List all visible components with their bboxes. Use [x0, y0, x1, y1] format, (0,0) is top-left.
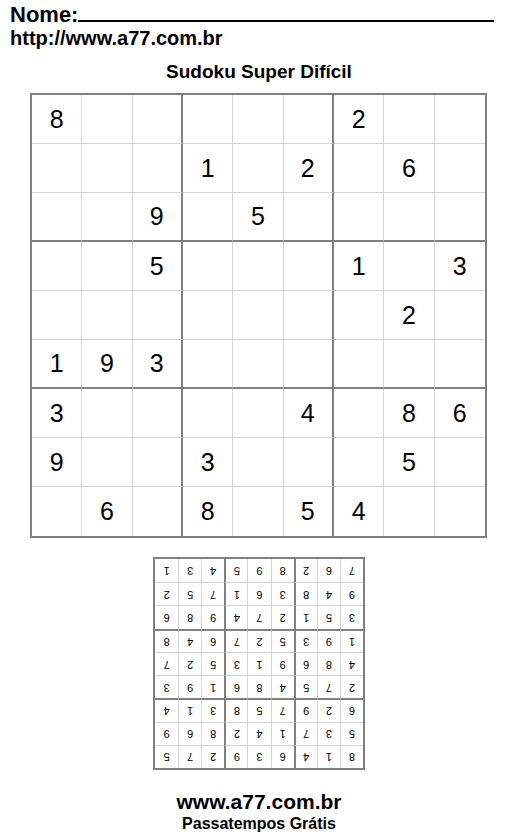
puzzle-cell-r8c2[interactable] — [82, 438, 132, 487]
solution-cell-r3c1: 6 — [340, 698, 363, 721]
puzzle-cell-r9c6[interactable]: 5 — [284, 487, 334, 536]
solution-cell-r7c5: 7 — [247, 605, 270, 628]
solution-cell-r1c9: 5 — [155, 745, 178, 768]
solution-cell-r5c7: 5 — [201, 652, 224, 675]
solution-cell-r2c1: 5 — [340, 722, 363, 745]
puzzle-cell-r9c1[interactable] — [32, 487, 82, 536]
puzzle-cell-r3c2[interactable] — [82, 193, 132, 242]
puzzle-cell-r2c2[interactable] — [82, 144, 132, 193]
solution-cell-r1c2: 1 — [317, 745, 340, 768]
solution-cell-r1c4: 6 — [271, 745, 294, 768]
puzzle-cell-r7c7[interactable] — [334, 389, 384, 438]
solution-cell-r1c8: 7 — [178, 745, 201, 768]
puzzle-cell-r6c3[interactable]: 3 — [133, 340, 183, 389]
name-label: Nome: — [10, 2, 78, 28]
puzzle-cell-r7c5[interactable] — [233, 389, 283, 438]
solution-cell-r5c6: 3 — [224, 652, 247, 675]
puzzle-cell-r2c3[interactable] — [133, 144, 183, 193]
solution-cell-r3c8: 1 — [178, 698, 201, 721]
puzzle-cell-r4c5[interactable] — [233, 242, 283, 291]
solution-cell-r7c9: 6 — [155, 605, 178, 628]
puzzle-cell-r2c4[interactable]: 1 — [183, 144, 233, 193]
puzzle-cell-r2c9[interactable] — [435, 144, 485, 193]
puzzle-cell-r6c4[interactable] — [183, 340, 233, 389]
solution-cell-r3c5: 5 — [247, 698, 270, 721]
solution-cell-r8c1: 9 — [340, 582, 363, 605]
solution-cell-r7c7: 9 — [201, 605, 224, 628]
puzzle-cell-r3c3[interactable]: 9 — [133, 193, 183, 242]
solution-cell-r9c1: 7 — [340, 559, 363, 582]
solution-cell-r5c9: 7 — [155, 652, 178, 675]
solution-cell-r1c5: 3 — [247, 745, 270, 768]
solution-cell-r3c3: 9 — [294, 698, 317, 721]
puzzle-cell-r1c3[interactable] — [133, 95, 183, 144]
puzzle-cell-r7c1[interactable]: 3 — [32, 389, 82, 438]
puzzle-cell-r7c4[interactable] — [183, 389, 233, 438]
solution-cell-r6c7: 6 — [201, 629, 224, 652]
sudoku-solution-grid: 8146392755371428696297583142754861934869… — [153, 557, 365, 770]
solution-cell-r8c4: 3 — [271, 582, 294, 605]
puzzle-cell-r8c9[interactable] — [435, 438, 485, 487]
puzzle-cell-r5c7[interactable] — [334, 291, 384, 340]
solution-cell-r2c9: 9 — [155, 722, 178, 745]
puzzle-cell-r1c4[interactable] — [183, 95, 233, 144]
solution-cell-r4c1: 2 — [340, 675, 363, 698]
puzzle-cell-r2c7[interactable] — [334, 144, 384, 193]
puzzle-cell-r6c7[interactable] — [334, 340, 384, 389]
puzzle-cell-r4c1[interactable] — [32, 242, 82, 291]
puzzle-cell-r6c9[interactable] — [435, 340, 485, 389]
solution-cell-r9c4: 8 — [271, 559, 294, 582]
puzzle-cell-r5c9[interactable] — [435, 291, 485, 340]
puzzle-cell-r6c6[interactable] — [284, 340, 334, 389]
solution-cell-r9c6: 5 — [224, 559, 247, 582]
solution-cell-r4c3: 5 — [294, 675, 317, 698]
puzzle-cell-r6c2[interactable]: 9 — [82, 340, 132, 389]
solution-cell-r4c2: 7 — [317, 675, 340, 698]
solution-cell-r2c6: 2 — [224, 722, 247, 745]
puzzle-cell-r3c8[interactable] — [384, 193, 434, 242]
solution-cell-r8c6: 1 — [224, 582, 247, 605]
solution-cell-r4c5: 8 — [247, 675, 270, 698]
solution-cell-r8c5: 6 — [247, 582, 270, 605]
solution-cell-r7c4: 2 — [271, 605, 294, 628]
solution-cell-r2c3: 7 — [294, 722, 317, 745]
solution-cell-r3c7: 3 — [201, 698, 224, 721]
puzzle-cell-r9c5[interactable] — [233, 487, 283, 536]
puzzle-cell-r1c1[interactable]: 8 — [32, 95, 82, 144]
solution-cell-r1c7: 2 — [201, 745, 224, 768]
solution-cell-r9c9: 1 — [155, 559, 178, 582]
sudoku-grid: 8212695513219334869356854 — [30, 93, 487, 538]
solution-cell-r2c2: 3 — [317, 722, 340, 745]
puzzle-cell-r7c6[interactable]: 4 — [284, 389, 334, 438]
puzzle-cell-r4c6[interactable] — [284, 242, 334, 291]
solution-cell-r6c2: 9 — [317, 629, 340, 652]
puzzle-cell-r1c5[interactable] — [233, 95, 283, 144]
solution-cell-r6c8: 4 — [178, 629, 201, 652]
footer-tagline: Passatempos Grátis — [0, 815, 518, 833]
solution-cell-r9c7: 4 — [201, 559, 224, 582]
puzzle-cell-r4c4[interactable] — [183, 242, 233, 291]
solution-cell-r5c5: 1 — [247, 652, 270, 675]
solution-cell-r4c8: 9 — [178, 675, 201, 698]
puzzle-cell-r5c5[interactable] — [233, 291, 283, 340]
solution-cell-r4c6: 6 — [224, 675, 247, 698]
puzzle-cell-r1c9[interactable] — [435, 95, 485, 144]
solution-cell-r5c8: 2 — [178, 652, 201, 675]
puzzle-cell-r6c5[interactable] — [233, 340, 283, 389]
solution-cell-r4c4: 4 — [271, 675, 294, 698]
puzzle-cell-r5c4[interactable] — [183, 291, 233, 340]
puzzle-cell-r1c7[interactable]: 2 — [334, 95, 384, 144]
puzzle-cell-r4c2[interactable] — [82, 242, 132, 291]
solution-cell-r7c2: 5 — [317, 605, 340, 628]
solution-cell-r5c4: 9 — [271, 652, 294, 675]
solution-cell-r6c1: 1 — [340, 629, 363, 652]
solution-cell-r6c6: 7 — [224, 629, 247, 652]
puzzle-cell-r8c1[interactable]: 9 — [32, 438, 82, 487]
puzzle-cell-r9c3[interactable] — [133, 487, 183, 536]
solution-cell-r6c4: 5 — [271, 629, 294, 652]
puzzle-cell-r9c4[interactable]: 8 — [183, 487, 233, 536]
puzzle-cell-r7c9[interactable]: 6 — [435, 389, 485, 438]
puzzle-cell-r5c3[interactable] — [133, 291, 183, 340]
solution-cell-r2c4: 1 — [271, 722, 294, 745]
puzzle-cell-r9c7[interactable]: 4 — [334, 487, 384, 536]
puzzle-cell-r8c5[interactable] — [233, 438, 283, 487]
puzzle-cell-r8c7[interactable] — [334, 438, 384, 487]
solution-cell-r7c3: 1 — [294, 605, 317, 628]
solution-cell-r8c7: 7 — [201, 582, 224, 605]
solution-cell-r1c3: 4 — [294, 745, 317, 768]
solution-cell-r2c8: 6 — [178, 722, 201, 745]
page-title: Sudoku Super Difícil — [0, 61, 518, 83]
site-url: http://www.a77.com.br — [10, 27, 223, 50]
solution-cell-r8c9: 2 — [155, 582, 178, 605]
puzzle-cell-r1c8[interactable] — [384, 95, 434, 144]
puzzle-cell-r9c9[interactable] — [435, 487, 485, 536]
solution-cell-r9c5: 9 — [247, 559, 270, 582]
solution-cell-r3c4: 7 — [271, 698, 294, 721]
solution-cell-r9c3: 2 — [294, 559, 317, 582]
solution-cell-r7c8: 8 — [178, 605, 201, 628]
puzzle-cell-r7c8[interactable]: 8 — [384, 389, 434, 438]
puzzle-cell-r3c5[interactable]: 5 — [233, 193, 283, 242]
solution-cell-r4c9: 3 — [155, 675, 178, 698]
sudoku-print-page: Nome: http://www.a77.com.br Sudoku Super… — [0, 0, 518, 840]
puzzle-cell-r8c4[interactable]: 3 — [183, 438, 233, 487]
puzzle-cell-r9c2[interactable]: 6 — [82, 487, 132, 536]
puzzle-cell-r2c5[interactable] — [233, 144, 283, 193]
puzzle-cell-r3c6[interactable] — [284, 193, 334, 242]
puzzle-cell-r7c3[interactable] — [133, 389, 183, 438]
solution-cell-r9c2: 6 — [317, 559, 340, 582]
puzzle-cell-r6c8[interactable] — [384, 340, 434, 389]
puzzle-cell-r5c8[interactable]: 2 — [384, 291, 434, 340]
puzzle-cell-r4c3[interactable]: 5 — [133, 242, 183, 291]
solution-cell-r8c3: 8 — [294, 582, 317, 605]
puzzle-cell-r1c2[interactable] — [82, 95, 132, 144]
puzzle-cell-r8c3[interactable] — [133, 438, 183, 487]
puzzle-cell-r4c9[interactable]: 3 — [435, 242, 485, 291]
solution-cell-r6c3: 3 — [294, 629, 317, 652]
puzzle-cell-r7c2[interactable] — [82, 389, 132, 438]
solution-cell-r1c6: 9 — [224, 745, 247, 768]
solution-cell-r2c7: 8 — [201, 722, 224, 745]
puzzle-cell-r3c9[interactable] — [435, 193, 485, 242]
puzzle-cell-r4c8[interactable] — [384, 242, 434, 291]
puzzle-cell-r2c8[interactable]: 6 — [384, 144, 434, 193]
solution-cell-r6c9: 8 — [155, 629, 178, 652]
solution-cell-r3c2: 2 — [317, 698, 340, 721]
solution-cell-r8c8: 5 — [178, 582, 201, 605]
solution-cell-r3c9: 4 — [155, 698, 178, 721]
puzzle-cell-r9c8[interactable] — [384, 487, 434, 536]
name-underline — [78, 20, 494, 22]
puzzle-cell-r3c7[interactable] — [334, 193, 384, 242]
footer-site: www.a77.com.br — [0, 790, 518, 814]
puzzle-cell-r4c7[interactable]: 1 — [334, 242, 384, 291]
solution-cell-r2c5: 4 — [247, 722, 270, 745]
solution-cell-r3c6: 8 — [224, 698, 247, 721]
puzzle-cell-r8c8[interactable]: 5 — [384, 438, 434, 487]
solution-cell-r5c1: 4 — [340, 652, 363, 675]
solution-cell-r7c6: 4 — [224, 605, 247, 628]
solution-cell-r7c1: 3 — [340, 605, 363, 628]
solution-cell-r5c2: 8 — [317, 652, 340, 675]
puzzle-cell-r5c2[interactable] — [82, 291, 132, 340]
solution-cell-r1c1: 8 — [340, 745, 363, 768]
solution-cell-r8c2: 4 — [317, 582, 340, 605]
puzzle-cell-r5c6[interactable] — [284, 291, 334, 340]
puzzle-cell-r1c6[interactable] — [284, 95, 334, 144]
puzzle-cell-r8c6[interactable] — [284, 438, 334, 487]
solution-cell-r5c3: 6 — [294, 652, 317, 675]
solution-cell-r4c7: 1 — [201, 675, 224, 698]
puzzle-cell-r5c1[interactable] — [32, 291, 82, 340]
puzzle-cell-r2c6[interactable]: 2 — [284, 144, 334, 193]
puzzle-cell-r3c1[interactable] — [32, 193, 82, 242]
solution-cell-r9c8: 3 — [178, 559, 201, 582]
puzzle-cell-r6c1[interactable]: 1 — [32, 340, 82, 389]
puzzle-cell-r2c1[interactable] — [32, 144, 82, 193]
solution-cell-r6c5: 2 — [247, 629, 270, 652]
puzzle-cell-r3c4[interactable] — [183, 193, 233, 242]
